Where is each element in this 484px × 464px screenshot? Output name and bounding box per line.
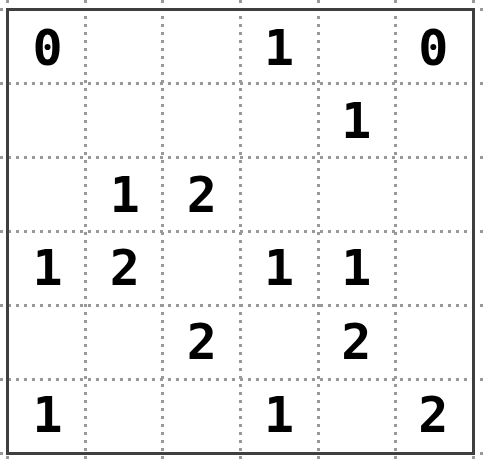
cell-r1c5[interactable] [318, 11, 395, 85]
cell-r2c3[interactable] [163, 85, 240, 159]
cell-r6c6[interactable]: 2 [395, 379, 472, 453]
cell-r5c2[interactable] [86, 305, 163, 379]
cell-r5c1[interactable] [9, 305, 86, 379]
cell-r6c2[interactable] [86, 379, 163, 453]
cell-grid: 010112121122112 [9, 11, 472, 452]
cell-r4c1[interactable]: 1 [9, 232, 86, 306]
cell-r3c4[interactable] [240, 158, 317, 232]
grid-hline-6 [0, 452, 484, 455]
cell-r4c6[interactable] [395, 232, 472, 306]
cell-r1c3[interactable] [163, 11, 240, 85]
cell-r6c3[interactable] [163, 379, 240, 453]
cell-r3c1[interactable] [9, 158, 86, 232]
cell-r6c5[interactable] [318, 379, 395, 453]
cell-r3c3[interactable]: 2 [163, 158, 240, 232]
cell-r2c4[interactable] [240, 85, 317, 159]
cell-r4c5[interactable]: 1 [318, 232, 395, 306]
cell-r2c2[interactable] [86, 85, 163, 159]
cell-r4c2[interactable]: 2 [86, 232, 163, 306]
cell-r4c4[interactable]: 1 [240, 232, 317, 306]
cell-r2c1[interactable] [9, 85, 86, 159]
cell-r2c5[interactable]: 1 [318, 85, 395, 159]
cell-r5c4[interactable] [240, 305, 317, 379]
cell-r3c5[interactable] [318, 158, 395, 232]
puzzle-board: 010112121122112 [0, 0, 484, 464]
cell-r1c1[interactable]: 0 [9, 11, 86, 85]
cell-r3c6[interactable] [395, 158, 472, 232]
cell-r2c6[interactable] [395, 85, 472, 159]
cell-r5c3[interactable]: 2 [163, 305, 240, 379]
cell-r4c3[interactable] [163, 232, 240, 306]
cell-r6c1[interactable]: 1 [9, 379, 86, 453]
cell-r5c5[interactable]: 2 [318, 305, 395, 379]
cell-r6c4[interactable]: 1 [240, 379, 317, 453]
cell-r5c6[interactable] [395, 305, 472, 379]
cell-r1c6[interactable]: 0 [395, 11, 472, 85]
cell-r3c2[interactable]: 1 [86, 158, 163, 232]
cell-r1c2[interactable] [86, 11, 163, 85]
cell-r1c4[interactable]: 1 [240, 11, 317, 85]
